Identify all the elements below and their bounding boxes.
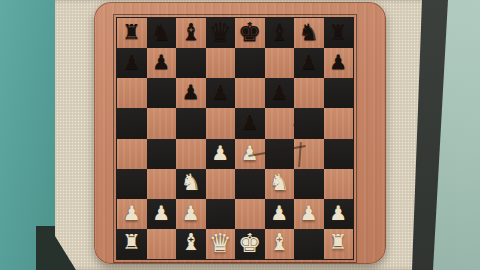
square-a7[interactable]: ♟ bbox=[117, 48, 147, 78]
square-h7[interactable]: ♟ bbox=[324, 48, 354, 78]
square-a8[interactable]: ♜ bbox=[117, 18, 147, 48]
piece-black-bishop[interactable]: ♝ bbox=[180, 21, 201, 44]
piece-black-knight[interactable]: ♞ bbox=[298, 21, 319, 44]
square-b3[interactable] bbox=[147, 169, 177, 199]
square-e6[interactable] bbox=[235, 78, 265, 108]
square-d2[interactable] bbox=[206, 199, 236, 229]
piece-white-pawn[interactable]: ♟ bbox=[300, 203, 318, 223]
square-d6[interactable]: ♟ bbox=[206, 78, 236, 108]
square-h2[interactable]: ♟ bbox=[324, 199, 354, 229]
square-b1[interactable] bbox=[147, 229, 177, 259]
square-h6[interactable] bbox=[324, 78, 354, 108]
piece-black-knight[interactable]: ♞ bbox=[151, 21, 172, 44]
square-b6[interactable] bbox=[147, 78, 177, 108]
square-b2[interactable]: ♟ bbox=[147, 199, 177, 229]
square-g6[interactable] bbox=[294, 78, 324, 108]
square-c8[interactable]: ♝ bbox=[176, 18, 206, 48]
square-c4[interactable] bbox=[176, 139, 206, 169]
square-g2[interactable]: ♟ bbox=[294, 199, 324, 229]
square-a4[interactable] bbox=[117, 139, 147, 169]
piece-white-knight[interactable]: ♞ bbox=[180, 171, 201, 194]
piece-black-pawn[interactable]: ♟ bbox=[123, 52, 141, 72]
square-b7[interactable]: ♟ bbox=[147, 48, 177, 78]
square-d5[interactable] bbox=[206, 108, 236, 138]
piece-white-knight[interactable]: ♞ bbox=[269, 171, 290, 194]
piece-black-king[interactable]: ♚ bbox=[238, 19, 261, 45]
square-c1[interactable]: ♝ bbox=[176, 229, 206, 259]
square-e8[interactable]: ♚ bbox=[235, 18, 265, 48]
square-f3[interactable]: ♞ bbox=[265, 169, 295, 199]
piece-black-pawn[interactable]: ♟ bbox=[182, 82, 200, 102]
square-a5[interactable] bbox=[117, 108, 147, 138]
square-c7[interactable] bbox=[176, 48, 206, 78]
square-b8[interactable]: ♞ bbox=[147, 18, 177, 48]
square-h4[interactable] bbox=[324, 139, 354, 169]
scratch-mark bbox=[293, 123, 300, 127]
square-f4[interactable] bbox=[265, 139, 295, 169]
square-d7[interactable] bbox=[206, 48, 236, 78]
square-f8[interactable]: ♝ bbox=[265, 18, 295, 48]
piece-white-rook[interactable]: ♜ bbox=[329, 232, 348, 253]
piece-white-bishop[interactable]: ♝ bbox=[180, 231, 201, 254]
square-e3[interactable] bbox=[235, 169, 265, 199]
square-h3[interactable] bbox=[324, 169, 354, 199]
piece-black-pawn[interactable]: ♟ bbox=[300, 52, 318, 72]
square-f7[interactable] bbox=[265, 48, 295, 78]
piece-black-rook[interactable]: ♜ bbox=[122, 22, 141, 43]
chess-board[interactable]: ♜♞♝♛♚♝♞♜♟♟♟♟♟♟♟♟♟♟♞♞♟♟♟♟♟♟♜♝♛♚♝♜ bbox=[116, 17, 354, 260]
square-c6[interactable]: ♟ bbox=[176, 78, 206, 108]
piece-white-rook[interactable]: ♜ bbox=[122, 232, 141, 253]
square-a1[interactable]: ♜ bbox=[117, 229, 147, 259]
square-g7[interactable]: ♟ bbox=[294, 48, 324, 78]
piece-white-pawn[interactable]: ♟ bbox=[270, 203, 288, 223]
chess-board-frame: ♜♞♝♛♚♝♞♜♟♟♟♟♟♟♟♟♟♟♞♞♟♟♟♟♟♟♜♝♛♚♝♜ bbox=[94, 2, 386, 264]
square-d3[interactable] bbox=[206, 169, 236, 199]
square-c5[interactable] bbox=[176, 108, 206, 138]
piece-white-pawn[interactable]: ♟ bbox=[211, 143, 229, 163]
square-f6[interactable]: ♟ bbox=[265, 78, 295, 108]
piece-black-pawn[interactable]: ♟ bbox=[270, 82, 288, 102]
piece-black-bishop[interactable]: ♝ bbox=[269, 21, 290, 44]
square-f1[interactable]: ♝ bbox=[265, 229, 295, 259]
piece-black-rook[interactable]: ♜ bbox=[329, 22, 348, 43]
square-e7[interactable] bbox=[235, 48, 265, 78]
piece-white-pawn[interactable]: ♟ bbox=[123, 203, 141, 223]
square-c3[interactable]: ♞ bbox=[176, 169, 206, 199]
square-g3[interactable] bbox=[294, 169, 324, 199]
square-b5[interactable] bbox=[147, 108, 177, 138]
piece-white-pawn[interactable]: ♟ bbox=[152, 203, 170, 223]
piece-white-bishop[interactable]: ♝ bbox=[269, 231, 290, 254]
piece-black-pawn[interactable]: ♟ bbox=[211, 82, 229, 102]
square-h8[interactable]: ♜ bbox=[324, 18, 354, 48]
piece-white-pawn[interactable]: ♟ bbox=[329, 203, 347, 223]
square-f5[interactable] bbox=[265, 108, 295, 138]
square-c2[interactable]: ♟ bbox=[176, 199, 206, 229]
piece-black-pawn[interactable]: ♟ bbox=[241, 112, 259, 132]
square-d8[interactable]: ♛ bbox=[206, 18, 236, 48]
piece-white-queen[interactable]: ♛ bbox=[209, 230, 232, 256]
square-h1[interactable]: ♜ bbox=[324, 229, 354, 259]
piece-white-king[interactable]: ♚ bbox=[238, 230, 261, 256]
piece-white-pawn[interactable]: ♟ bbox=[182, 203, 200, 223]
square-d1[interactable]: ♛ bbox=[206, 229, 236, 259]
piece-black-pawn[interactable]: ♟ bbox=[329, 52, 347, 72]
photo-scene: ♜♞♝♛♚♝♞♜♟♟♟♟♟♟♟♟♟♟♞♞♟♟♟♟♟♟♜♝♛♚♝♜ bbox=[0, 0, 480, 270]
square-h5[interactable] bbox=[324, 108, 354, 138]
square-b4[interactable] bbox=[147, 139, 177, 169]
square-g1[interactable] bbox=[294, 229, 324, 259]
piece-black-pawn[interactable]: ♟ bbox=[152, 52, 170, 72]
square-e1[interactable]: ♚ bbox=[235, 229, 265, 259]
square-e5[interactable]: ♟ bbox=[235, 108, 265, 138]
piece-black-queen[interactable]: ♛ bbox=[209, 19, 232, 45]
square-d4[interactable]: ♟ bbox=[206, 139, 236, 169]
square-f2[interactable]: ♟ bbox=[265, 199, 295, 229]
square-a3[interactable] bbox=[117, 169, 147, 199]
square-e2[interactable] bbox=[235, 199, 265, 229]
square-a2[interactable]: ♟ bbox=[117, 199, 147, 229]
square-a6[interactable] bbox=[117, 78, 147, 108]
square-g8[interactable]: ♞ bbox=[294, 18, 324, 48]
